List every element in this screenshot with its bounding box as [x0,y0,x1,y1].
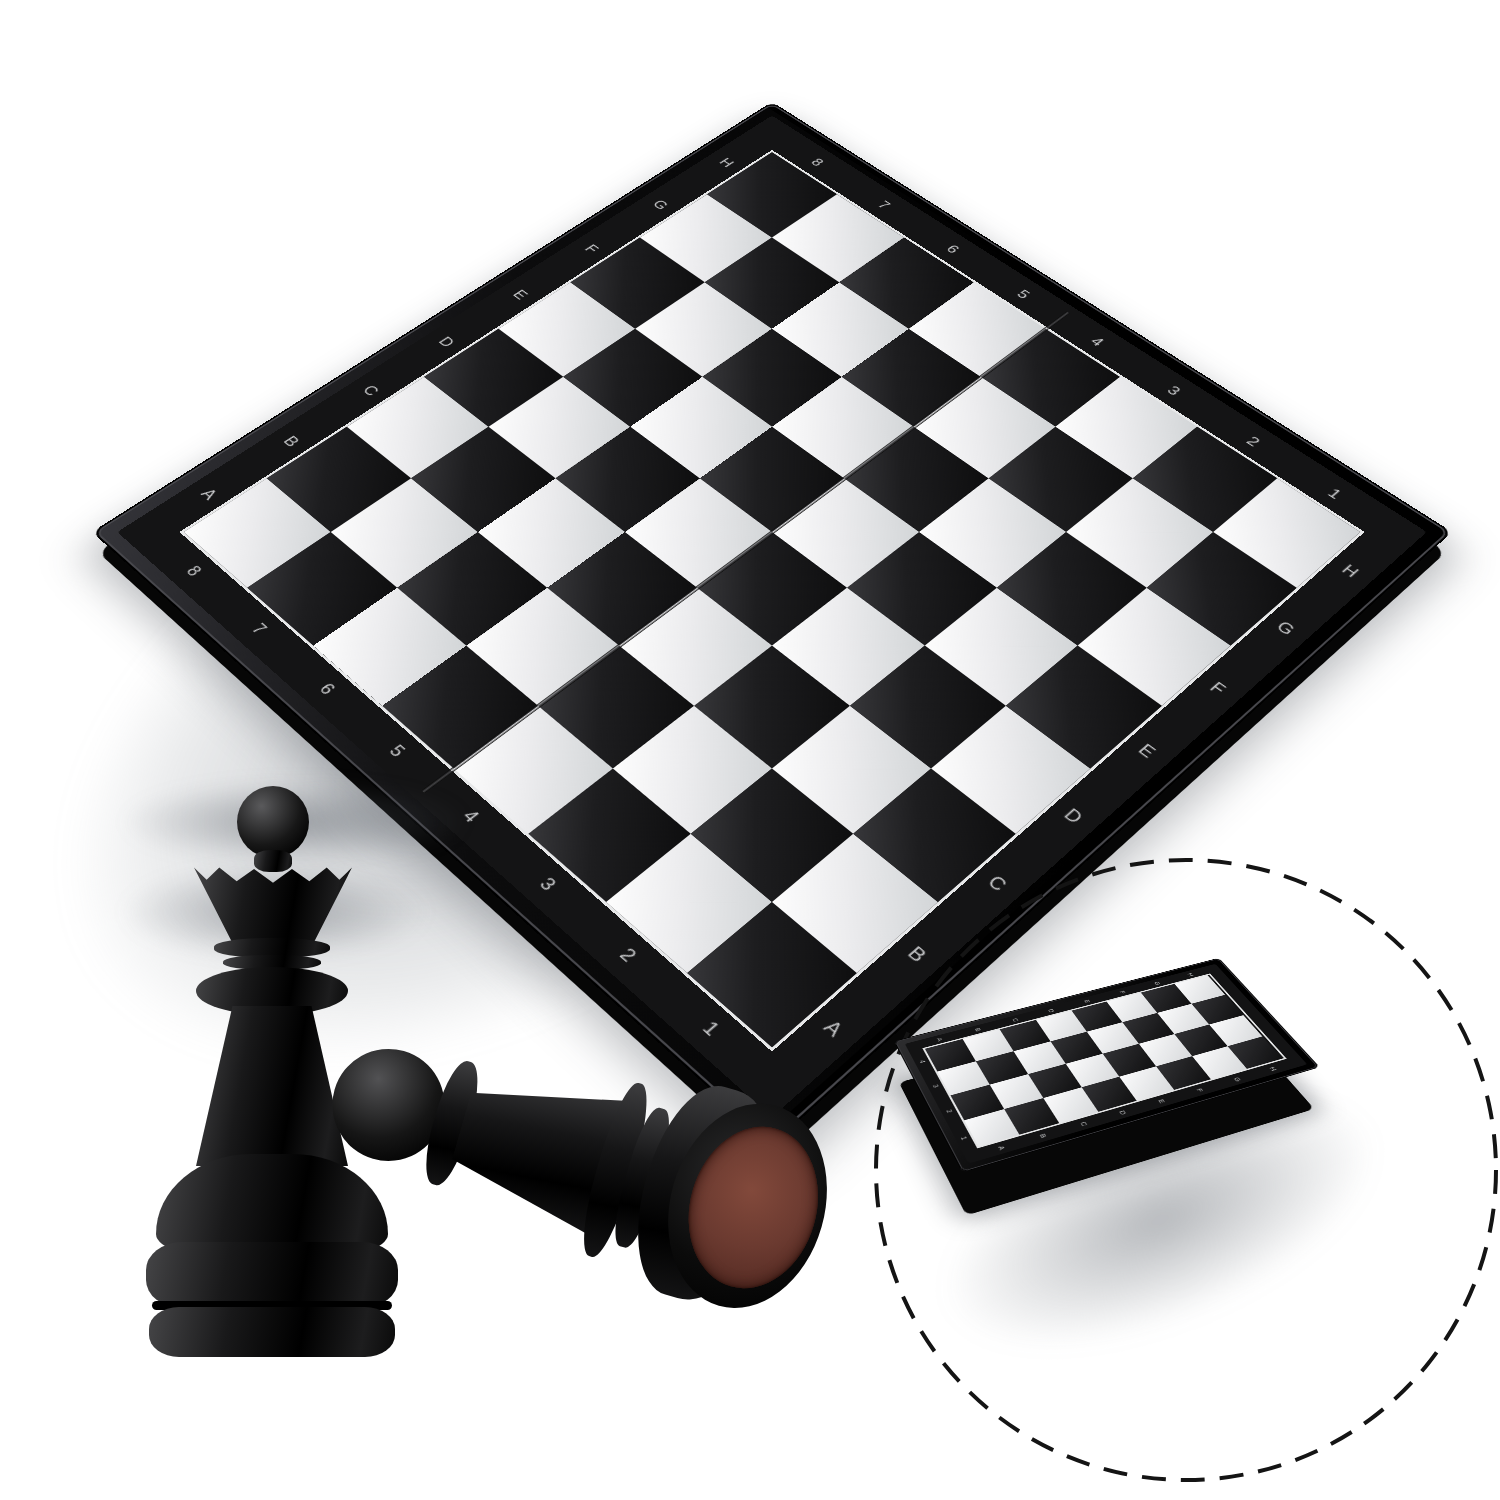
black-pawn-a7: ♟ [254,449,391,602]
queen-base-disc [146,1242,398,1308]
queen-finial-ball [237,786,309,858]
chess-set-product-photo: ABCDEFGH ABCDEFGH 87654321 87654321 ♜♞♝♛… [0,0,1500,1500]
piece-closeup [120,780,800,1460]
queen-base-bottom [149,1307,395,1357]
queen-finial-stem [254,850,292,872]
